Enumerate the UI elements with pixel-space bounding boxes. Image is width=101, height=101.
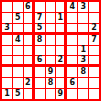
cell-r5c9[interactable] — [89, 46, 99, 56]
cell-r8c7: 6 — [67, 78, 77, 88]
cell-r1c5[interactable] — [46, 2, 56, 12]
cell-r4c3[interactable] — [24, 35, 34, 45]
cell-r8c2[interactable] — [13, 78, 23, 88]
cell-r7c4[interactable] — [35, 67, 45, 77]
cell-r5c3[interactable] — [24, 46, 34, 56]
cell-r2c7[interactable] — [67, 13, 77, 23]
cell-r4c7[interactable] — [67, 35, 77, 45]
cell-r4c6[interactable] — [56, 35, 66, 45]
cell-r4c1[interactable] — [2, 35, 12, 45]
cell-r2c4: 7 — [35, 13, 45, 23]
cell-r3c4: 5 — [35, 24, 45, 34]
cell-r3c9: 2 — [89, 24, 99, 34]
cell-r7c5: 9 — [46, 67, 56, 77]
cell-r4c9: 7 — [89, 35, 99, 45]
cell-r3c8[interactable] — [78, 24, 88, 34]
cell-r2c5[interactable] — [46, 13, 56, 23]
cell-r2c1[interactable] — [2, 13, 12, 23]
cell-r5c4[interactable] — [35, 46, 45, 56]
cell-r1c8: 3 — [78, 2, 88, 12]
cell-r8c4[interactable] — [35, 78, 45, 88]
cell-r7c6[interactable] — [56, 67, 66, 77]
cell-r2c3[interactable] — [24, 13, 34, 23]
cell-r7c7[interactable] — [67, 67, 77, 77]
cell-r3c5[interactable] — [46, 24, 56, 34]
cell-r4c4: 8 — [35, 35, 45, 45]
cell-r5c5[interactable] — [46, 46, 56, 56]
cell-r2c8[interactable] — [78, 13, 88, 23]
cell-r7c3[interactable] — [24, 67, 34, 77]
cell-r6c8: 3 — [78, 56, 88, 66]
sudoku-grid: 643571352487162398286159 — [2, 2, 99, 99]
cell-r9c2: 5 — [13, 89, 23, 99]
cell-r4c8[interactable] — [78, 35, 88, 45]
cell-r9c5[interactable] — [46, 89, 56, 99]
cell-r9c9 — [89, 89, 99, 99]
cell-r5c1[interactable] — [2, 46, 12, 56]
cell-r8c3: 2 — [24, 78, 34, 88]
cell-r3c3[interactable] — [24, 24, 34, 34]
cell-r6c7[interactable] — [67, 56, 77, 66]
cell-r6c9[interactable] — [89, 56, 99, 66]
cell-r3c6[interactable] — [56, 24, 66, 34]
cell-r1c3: 6 — [24, 2, 34, 12]
cell-r5c7[interactable] — [67, 46, 77, 56]
cell-r8c1[interactable] — [2, 78, 12, 88]
cell-r6c1[interactable] — [2, 56, 12, 66]
cell-r6c2[interactable] — [13, 56, 23, 66]
cell-r7c9[interactable] — [89, 67, 99, 77]
cell-r1c7: 4 — [67, 2, 77, 12]
cell-r1c1[interactable] — [2, 2, 12, 12]
cell-r1c4[interactable] — [35, 2, 45, 12]
cell-r5c8: 1 — [78, 46, 88, 56]
cell-r6c3[interactable] — [24, 56, 34, 66]
cell-r6c4: 6 — [35, 56, 45, 66]
cell-r9c4[interactable] — [35, 89, 45, 99]
cell-r1c6[interactable] — [56, 2, 66, 12]
cell-r2c9[interactable] — [89, 13, 99, 23]
cell-r3c2[interactable] — [13, 24, 23, 34]
cell-r7c1[interactable] — [2, 67, 12, 77]
cell-r6c5[interactable] — [46, 56, 56, 66]
cell-r9c3[interactable] — [24, 89, 34, 99]
cell-r5c6[interactable] — [56, 46, 66, 56]
cell-r2c6: 1 — [56, 13, 66, 23]
cell-r9c8[interactable] — [78, 89, 88, 99]
cell-r5c2[interactable] — [13, 46, 23, 56]
cell-r7c8: 8 — [78, 67, 88, 77]
cell-r6c6: 2 — [56, 56, 66, 66]
cell-r3c1: 3 — [2, 24, 12, 34]
cell-r2c2: 5 — [13, 13, 23, 23]
cell-r4c2: 4 — [13, 35, 23, 45]
cell-r3c7[interactable] — [67, 24, 77, 34]
cell-r8c6[interactable] — [56, 78, 66, 88]
cell-r1c9[interactable] — [89, 2, 99, 12]
cell-r9c6: 9 — [56, 89, 66, 99]
cell-r8c5: 8 — [46, 78, 56, 88]
cell-r1c2[interactable] — [13, 2, 23, 12]
cell-r7c2[interactable] — [13, 67, 23, 77]
cell-r4c5[interactable] — [46, 35, 56, 45]
cell-r8c9[interactable] — [89, 78, 99, 88]
sudoku-board: 643571352487162398286159 — [0, 0, 101, 101]
cell-r9c7[interactable] — [67, 89, 77, 99]
cell-r8c8[interactable] — [78, 78, 88, 88]
cell-r9c1: 1 — [2, 89, 12, 99]
